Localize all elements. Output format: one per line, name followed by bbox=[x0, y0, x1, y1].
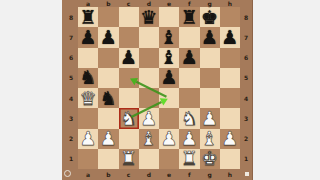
square-g1[interactable]: ♚ bbox=[200, 149, 220, 169]
square-d7[interactable] bbox=[139, 27, 159, 47]
square-b7[interactable]: ♟ bbox=[98, 27, 118, 47]
rank-label-right-6: 6 bbox=[241, 55, 251, 61]
square-a4[interactable]: ♛ bbox=[78, 88, 98, 108]
piece-white-pawn[interactable]: ♟ bbox=[221, 129, 238, 148]
square-g8[interactable]: ♚ bbox=[200, 7, 220, 27]
piece-black-queen[interactable]: ♛ bbox=[140, 7, 157, 26]
square-c4[interactable] bbox=[119, 88, 139, 108]
square-e6[interactable]: ♝ bbox=[159, 48, 179, 68]
piece-black-knight[interactable]: ♞ bbox=[100, 88, 117, 107]
piece-black-pawn[interactable]: ♟ bbox=[120, 48, 137, 67]
square-e4[interactable] bbox=[159, 88, 179, 108]
file-label-bottom-e: e bbox=[159, 172, 179, 178]
file-label-top-f: f bbox=[179, 1, 199, 7]
piece-black-pawn[interactable]: ♟ bbox=[161, 68, 178, 87]
rank-label-right-4: 4 bbox=[241, 96, 251, 102]
square-a8[interactable]: ♜ bbox=[78, 7, 98, 27]
piece-white-bishop[interactable]: ♝ bbox=[140, 129, 157, 148]
file-label-bottom-c: c bbox=[119, 172, 139, 178]
piece-white-pawn[interactable]: ♟ bbox=[181, 129, 198, 148]
square-d1[interactable] bbox=[139, 149, 159, 169]
rank-label-left-1: 1 bbox=[66, 156, 76, 162]
square-a6[interactable] bbox=[78, 48, 98, 68]
square-g4[interactable] bbox=[200, 88, 220, 108]
rank-label-right-1: 1 bbox=[241, 156, 251, 162]
piece-white-king[interactable]: ♚ bbox=[201, 149, 218, 168]
square-c1[interactable]: ♜ bbox=[119, 149, 139, 169]
square-f5[interactable] bbox=[179, 68, 199, 88]
square-f7[interactable] bbox=[179, 27, 199, 47]
file-label-top-h: h bbox=[220, 1, 240, 7]
square-g5[interactable] bbox=[200, 68, 220, 88]
piece-white-pawn[interactable]: ♟ bbox=[201, 108, 218, 127]
rank-label-right-7: 7 bbox=[241, 35, 251, 41]
piece-white-queen[interactable]: ♛ bbox=[80, 88, 97, 107]
piece-white-rook[interactable]: ♜ bbox=[120, 149, 137, 168]
file-label-bottom-b: b bbox=[98, 172, 118, 178]
square-d8[interactable]: ♛ bbox=[139, 7, 159, 27]
square-c5[interactable] bbox=[119, 68, 139, 88]
square-e2[interactable]: ♟ bbox=[159, 129, 179, 149]
square-c7[interactable] bbox=[119, 27, 139, 47]
square-b6[interactable] bbox=[98, 48, 118, 68]
rank-label-left-4: 4 bbox=[66, 96, 76, 102]
square-b1[interactable] bbox=[98, 149, 118, 169]
file-label-top-c: c bbox=[119, 1, 139, 7]
square-f1[interactable]: ♜ bbox=[179, 149, 199, 169]
file-label-top-a: a bbox=[78, 1, 98, 7]
rank-label-left-7: 7 bbox=[66, 35, 76, 41]
rank-label-right-5: 5 bbox=[241, 75, 251, 81]
square-h7[interactable]: ♟ bbox=[220, 27, 240, 47]
rank-label-left-2: 2 bbox=[66, 136, 76, 142]
square-f4[interactable] bbox=[179, 88, 199, 108]
piece-white-pawn[interactable]: ♟ bbox=[140, 108, 157, 127]
square-g6[interactable] bbox=[200, 48, 220, 68]
piece-black-pawn[interactable]: ♟ bbox=[100, 27, 117, 46]
board-squares: ♜♛♜♚♟♟♝♟♟♟♝♟♞♟♛♞♞♟♞♟♟♟♝♟♟♝♟♜♜♚ bbox=[78, 7, 240, 169]
file-label-top-g: g bbox=[200, 1, 220, 7]
square-b5[interactable] bbox=[98, 68, 118, 88]
square-b8[interactable] bbox=[98, 7, 118, 27]
square-e7[interactable]: ♝ bbox=[159, 27, 179, 47]
piece-black-pawn[interactable]: ♟ bbox=[181, 48, 198, 67]
rank-label-left-5: 5 bbox=[66, 75, 76, 81]
piece-black-king[interactable]: ♚ bbox=[201, 7, 218, 26]
square-b3[interactable] bbox=[98, 108, 118, 128]
chess-board: ♜♛♜♚♟♟♝♟♟♟♝♟♞♟♛♞♞♟♞♟♟♟♝♟♟♝♟♜♜♚ aabbccdde… bbox=[62, 0, 253, 180]
square-b2[interactable]: ♟ bbox=[98, 129, 118, 149]
piece-white-pawn[interactable]: ♟ bbox=[100, 129, 117, 148]
square-d5[interactable] bbox=[139, 68, 159, 88]
square-d2[interactable]: ♝ bbox=[139, 129, 159, 149]
square-d4[interactable] bbox=[139, 88, 159, 108]
piece-black-rook[interactable]: ♜ bbox=[181, 7, 198, 26]
frame-corner-square-icon bbox=[245, 172, 249, 176]
square-e1[interactable] bbox=[159, 149, 179, 169]
square-a7[interactable]: ♟ bbox=[78, 27, 98, 47]
square-f6[interactable]: ♟ bbox=[179, 48, 199, 68]
file-label-bottom-a: a bbox=[78, 172, 98, 178]
rank-label-left-8: 8 bbox=[66, 15, 76, 21]
piece-white-knight[interactable]: ♞ bbox=[181, 108, 198, 127]
square-h2[interactable]: ♟ bbox=[220, 129, 240, 149]
square-a3[interactable] bbox=[78, 108, 98, 128]
square-h1[interactable] bbox=[220, 149, 240, 169]
piece-white-pawn[interactable]: ♟ bbox=[161, 129, 178, 148]
square-h5[interactable] bbox=[220, 68, 240, 88]
piece-black-bishop[interactable]: ♝ bbox=[161, 27, 178, 46]
square-f8[interactable]: ♜ bbox=[179, 7, 199, 27]
piece-white-bishop[interactable]: ♝ bbox=[201, 129, 218, 148]
piece-black-knight[interactable]: ♞ bbox=[80, 68, 97, 87]
frame-corner-circle-icon bbox=[64, 170, 71, 177]
square-f2[interactable]: ♟ bbox=[179, 129, 199, 149]
piece-white-knight[interactable]: ♞ bbox=[120, 108, 137, 127]
file-label-top-d: d bbox=[139, 1, 159, 7]
square-d3[interactable]: ♟ bbox=[139, 108, 159, 128]
screenshot-root: { "game": "chess", "position": { "fen": … bbox=[0, 0, 320, 180]
file-label-bottom-d: d bbox=[139, 172, 159, 178]
file-label-bottom-f: f bbox=[179, 172, 199, 178]
square-c6[interactable]: ♟ bbox=[119, 48, 139, 68]
square-h3[interactable] bbox=[220, 108, 240, 128]
piece-black-pawn[interactable]: ♟ bbox=[221, 27, 238, 46]
file-label-top-b: b bbox=[98, 1, 118, 7]
square-f3[interactable]: ♞ bbox=[179, 108, 199, 128]
square-g2[interactable]: ♝ bbox=[200, 129, 220, 149]
piece-white-pawn[interactable]: ♟ bbox=[80, 129, 97, 148]
square-e3[interactable] bbox=[159, 108, 179, 128]
piece-black-bishop[interactable]: ♝ bbox=[161, 48, 178, 67]
piece-white-rook[interactable]: ♜ bbox=[181, 149, 198, 168]
square-c8[interactable] bbox=[119, 7, 139, 27]
file-label-top-e: e bbox=[159, 1, 179, 7]
rank-label-right-3: 3 bbox=[241, 116, 251, 122]
square-h4[interactable] bbox=[220, 88, 240, 108]
square-h8[interactable] bbox=[220, 7, 240, 27]
square-e8[interactable] bbox=[159, 7, 179, 27]
square-g7[interactable]: ♟ bbox=[200, 27, 220, 47]
square-c2[interactable] bbox=[119, 129, 139, 149]
rank-label-right-8: 8 bbox=[241, 15, 251, 21]
file-label-bottom-h: h bbox=[220, 172, 240, 178]
rank-label-left-3: 3 bbox=[66, 116, 76, 122]
file-label-bottom-g: g bbox=[200, 172, 220, 178]
piece-black-pawn[interactable]: ♟ bbox=[80, 27, 97, 46]
rank-label-left-6: 6 bbox=[66, 55, 76, 61]
square-h6[interactable] bbox=[220, 48, 240, 68]
square-a1[interactable] bbox=[78, 149, 98, 169]
square-g3[interactable]: ♟ bbox=[200, 108, 220, 128]
piece-black-rook[interactable]: ♜ bbox=[80, 7, 97, 26]
square-a2[interactable]: ♟ bbox=[78, 129, 98, 149]
square-a5[interactable]: ♞ bbox=[78, 68, 98, 88]
square-e5[interactable]: ♟ bbox=[159, 68, 179, 88]
square-d6[interactable] bbox=[139, 48, 159, 68]
piece-black-pawn[interactable]: ♟ bbox=[201, 27, 218, 46]
square-c3[interactable]: ♞ bbox=[119, 108, 139, 128]
square-b4[interactable]: ♞ bbox=[98, 88, 118, 108]
rank-label-right-2: 2 bbox=[241, 136, 251, 142]
